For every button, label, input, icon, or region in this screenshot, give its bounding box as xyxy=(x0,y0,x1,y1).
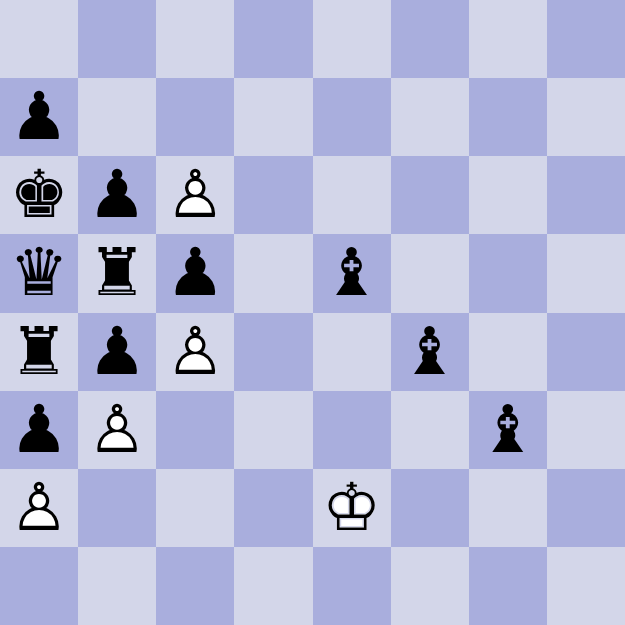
square-f3[interactable] xyxy=(391,391,469,469)
square-f4[interactable]: ♝ xyxy=(391,313,469,391)
square-e3[interactable] xyxy=(313,391,391,469)
black-pawn[interactable]: ♟ xyxy=(78,156,156,234)
black-bishop-glyph: ♝ xyxy=(469,391,547,469)
square-e7[interactable] xyxy=(313,78,391,156)
black-bishop[interactable]: ♝ xyxy=(313,234,391,312)
square-g1[interactable] xyxy=(469,547,547,625)
square-c3[interactable] xyxy=(156,391,234,469)
black-bishop-glyph: ♝ xyxy=(313,234,391,312)
square-e4[interactable] xyxy=(313,313,391,391)
black-pawn-glyph: ♟ xyxy=(0,391,78,469)
square-g5[interactable] xyxy=(469,234,547,312)
black-bishop[interactable]: ♝ xyxy=(469,391,547,469)
square-b8[interactable] xyxy=(78,0,156,78)
square-e5[interactable]: ♝ xyxy=(313,234,391,312)
square-g6[interactable] xyxy=(469,156,547,234)
black-pawn-glyph: ♟ xyxy=(78,156,156,234)
square-d1[interactable] xyxy=(234,547,312,625)
square-d3[interactable] xyxy=(234,391,312,469)
black-pawn[interactable]: ♟ xyxy=(0,78,78,156)
chess-board[interactable]: ♟♚♟♟♙♛♜♟♝♜♟♟♙♝♟♟♙♝♟♙♚♔ xyxy=(0,0,625,625)
square-b1[interactable] xyxy=(78,547,156,625)
black-queen[interactable]: ♛ xyxy=(0,234,78,312)
white-king-outline: ♔ xyxy=(313,469,391,547)
black-rook-glyph: ♜ xyxy=(78,234,156,312)
black-queen-glyph: ♛ xyxy=(0,234,78,312)
square-g8[interactable] xyxy=(469,0,547,78)
square-b4[interactable]: ♟ xyxy=(78,313,156,391)
square-h3[interactable] xyxy=(547,391,625,469)
square-c5[interactable]: ♟ xyxy=(156,234,234,312)
white-pawn-outline: ♙ xyxy=(156,156,234,234)
square-a2[interactable]: ♟♙ xyxy=(0,469,78,547)
black-pawn[interactable]: ♟ xyxy=(78,313,156,391)
square-h1[interactable] xyxy=(547,547,625,625)
square-d5[interactable] xyxy=(234,234,312,312)
square-f8[interactable] xyxy=(391,0,469,78)
square-a6[interactable]: ♚ xyxy=(0,156,78,234)
square-a8[interactable] xyxy=(0,0,78,78)
square-g3[interactable]: ♝ xyxy=(469,391,547,469)
black-pawn[interactable]: ♟ xyxy=(156,234,234,312)
square-h7[interactable] xyxy=(547,78,625,156)
white-pawn-outline: ♙ xyxy=(78,391,156,469)
white-pawn[interactable]: ♟♙ xyxy=(0,469,78,547)
square-a4[interactable]: ♜ xyxy=(0,313,78,391)
black-rook-glyph: ♜ xyxy=(0,313,78,391)
white-king[interactable]: ♚♔ xyxy=(313,469,391,547)
square-b3[interactable]: ♟♙ xyxy=(78,391,156,469)
square-d2[interactable] xyxy=(234,469,312,547)
square-b5[interactable]: ♜ xyxy=(78,234,156,312)
square-h5[interactable] xyxy=(547,234,625,312)
square-a1[interactable] xyxy=(0,547,78,625)
square-e6[interactable] xyxy=(313,156,391,234)
square-d7[interactable] xyxy=(234,78,312,156)
square-h4[interactable] xyxy=(547,313,625,391)
square-c1[interactable] xyxy=(156,547,234,625)
square-a7[interactable]: ♟ xyxy=(0,78,78,156)
square-f5[interactable] xyxy=(391,234,469,312)
square-c8[interactable] xyxy=(156,0,234,78)
square-f7[interactable] xyxy=(391,78,469,156)
square-g4[interactable] xyxy=(469,313,547,391)
black-rook[interactable]: ♜ xyxy=(0,313,78,391)
square-f6[interactable] xyxy=(391,156,469,234)
square-h8[interactable] xyxy=(547,0,625,78)
black-pawn-glyph: ♟ xyxy=(0,78,78,156)
square-h6[interactable] xyxy=(547,156,625,234)
black-rook[interactable]: ♜ xyxy=(78,234,156,312)
square-e8[interactable] xyxy=(313,0,391,78)
white-pawn-outline: ♙ xyxy=(156,313,234,391)
square-b2[interactable] xyxy=(78,469,156,547)
black-pawn-glyph: ♟ xyxy=(78,313,156,391)
square-h2[interactable] xyxy=(547,469,625,547)
square-d6[interactable] xyxy=(234,156,312,234)
square-g2[interactable] xyxy=(469,469,547,547)
square-g7[interactable] xyxy=(469,78,547,156)
black-bishop-glyph: ♝ xyxy=(391,313,469,391)
square-c2[interactable] xyxy=(156,469,234,547)
black-pawn-glyph: ♟ xyxy=(156,234,234,312)
white-pawn-outline: ♙ xyxy=(0,469,78,547)
black-bishop[interactable]: ♝ xyxy=(391,313,469,391)
square-b7[interactable] xyxy=(78,78,156,156)
square-b6[interactable]: ♟ xyxy=(78,156,156,234)
white-pawn[interactable]: ♟♙ xyxy=(78,391,156,469)
square-d4[interactable] xyxy=(234,313,312,391)
square-e1[interactable] xyxy=(313,547,391,625)
black-pawn[interactable]: ♟ xyxy=(0,391,78,469)
square-e2[interactable]: ♚♔ xyxy=(313,469,391,547)
white-pawn[interactable]: ♟♙ xyxy=(156,313,234,391)
square-c7[interactable] xyxy=(156,78,234,156)
square-c4[interactable]: ♟♙ xyxy=(156,313,234,391)
square-d8[interactable] xyxy=(234,0,312,78)
black-king[interactable]: ♚ xyxy=(0,156,78,234)
square-f1[interactable] xyxy=(391,547,469,625)
square-f2[interactable] xyxy=(391,469,469,547)
square-a5[interactable]: ♛ xyxy=(0,234,78,312)
square-c6[interactable]: ♟♙ xyxy=(156,156,234,234)
black-king-glyph: ♚ xyxy=(0,156,78,234)
square-a3[interactable]: ♟ xyxy=(0,391,78,469)
white-pawn[interactable]: ♟♙ xyxy=(156,156,234,234)
